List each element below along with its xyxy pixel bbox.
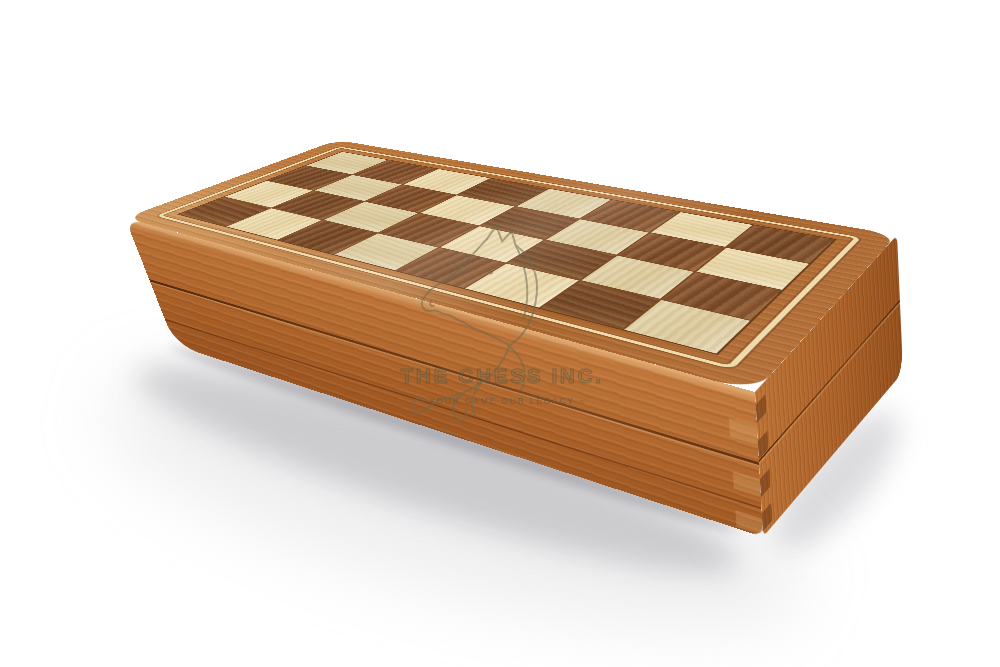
- finger-joint: [756, 394, 767, 423]
- product-photo-stage: THE CHESS INC. ~ YOUR GAME OUR LEGACY ~: [0, 0, 1000, 667]
- finger-joint: [762, 503, 773, 532]
- finger-joint: [760, 468, 771, 497]
- finger-joint: [733, 471, 761, 497]
- finger-joint: [729, 418, 758, 445]
